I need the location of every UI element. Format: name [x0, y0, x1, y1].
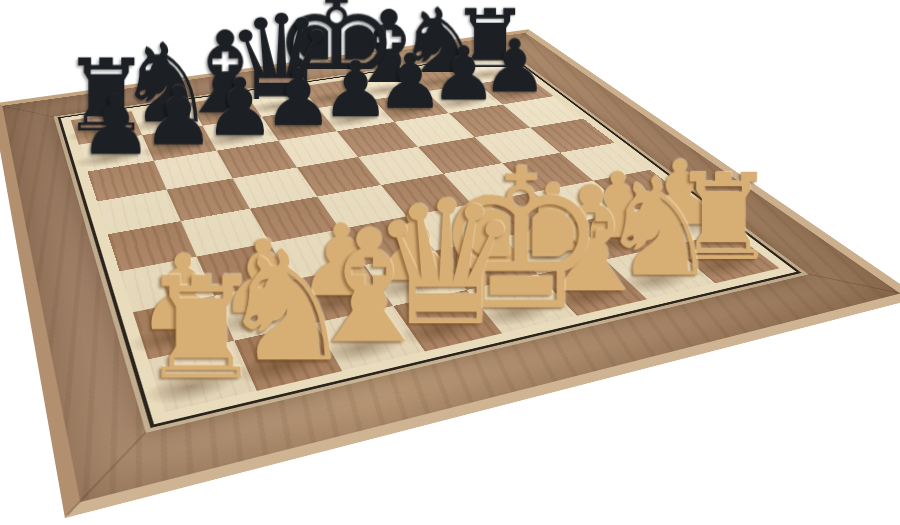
chess-board: ♜♞♝♛♚♝♞♜♟♟♟♟♟♟♟♟♟♟♟♟♟♟♟♟♜♞♝♛♚♝♞♜	[0, 29, 900, 518]
piece-white-rook[interactable]: ♜	[138, 260, 264, 400]
piece-black-pawn[interactable]: ♟	[142, 76, 215, 158]
frame-mitre-seam	[795, 271, 900, 297]
frame-mitre-seam	[0, 104, 61, 118]
product-photo-canvas: ♜♞♝♛♚♝♞♜♟♟♟♟♟♟♟♟♟♟♟♟♟♟♟♟♜♞♝♛♚♝♞♜	[0, 0, 900, 525]
frame-mitre-seam	[67, 423, 155, 515]
piece-black-pawn[interactable]: ♟	[78, 85, 153, 168]
